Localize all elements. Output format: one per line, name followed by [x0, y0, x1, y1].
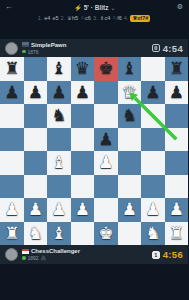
square-h6[interactable] — [165, 104, 189, 128]
square-e1[interactable]: ♚ — [94, 222, 118, 246]
square-h3[interactable] — [165, 175, 189, 199]
white-queen[interactable]: ♛ — [122, 81, 137, 105]
white-bishop[interactable]: ♝ — [51, 222, 66, 246]
move[interactable]: e4 — [44, 15, 50, 21]
top-player-flag-icon — [22, 42, 29, 47]
spacer — [0, 23, 188, 39]
square-a1[interactable]: ♜ — [0, 222, 24, 246]
square-c1[interactable]: ♝ — [47, 222, 71, 246]
square-e5[interactable]: ♟ — [94, 128, 118, 152]
bottom-player-flair-icon — [22, 256, 26, 260]
square-f7[interactable]: ♛ — [118, 81, 142, 105]
square-g2[interactable]: ♟ — [141, 198, 165, 222]
chess-board: ♜♝♛♚♝♜♟♟♟♟♛♟♟♞♞♟♝♟♟♟♟♟♟♟♟♜♞♝♚♞♜ — [0, 57, 188, 245]
square-g6[interactable] — [141, 104, 165, 128]
square-h7[interactable]: ♟ — [165, 81, 189, 105]
black-rook[interactable]: ♜ — [4, 57, 19, 81]
square-h4[interactable] — [165, 151, 189, 175]
square-c3[interactable] — [47, 175, 71, 199]
black-pawn[interactable]: ♟ — [75, 81, 90, 105]
white-king[interactable]: ♚ — [98, 222, 113, 246]
white-pawn[interactable]: ♟ — [169, 198, 184, 222]
square-h2[interactable]: ♟ — [165, 198, 189, 222]
square-e7[interactable] — [94, 81, 118, 105]
square-g4[interactable] — [141, 151, 165, 175]
white-knight[interactable]: ♞ — [145, 222, 160, 246]
move-number: 2. — [61, 15, 66, 21]
bottom-player-flag-icon — [22, 249, 29, 254]
white-pawn[interactable]: ♟ — [98, 151, 113, 175]
bottom-player-captured-pieces: ♟ — [41, 256, 46, 261]
square-a6[interactable] — [0, 104, 24, 128]
black-rook[interactable]: ♜ — [169, 57, 184, 81]
game-type-selector[interactable]: ⚡ 5' · Blitz ⌄ — [13, 4, 177, 11]
square-h8[interactable]: ♜ — [165, 57, 189, 81]
square-d1[interactable] — [71, 222, 95, 246]
bottom-player-result-badge: 1 — [152, 251, 160, 259]
square-b1[interactable]: ♞ — [24, 222, 48, 246]
square-e2[interactable] — [94, 198, 118, 222]
square-a8[interactable]: ♜ — [0, 57, 24, 81]
bottom-player-avatar[interactable] — [5, 248, 18, 261]
black-queen[interactable]: ♛ — [75, 57, 90, 81]
square-h1[interactable]: ♜ — [165, 222, 189, 246]
white-bishop[interactable]: ♝ — [51, 151, 66, 175]
bottom-player-clock: 4:56 — [163, 249, 183, 260]
top-player-result-badge: 0 — [152, 44, 160, 52]
square-f8[interactable]: ♝ — [118, 57, 142, 81]
square-d7[interactable]: ♟ — [71, 81, 95, 105]
move[interactable]: ♕h5 — [67, 15, 78, 21]
square-g7[interactable]: ♟ — [141, 81, 165, 105]
square-d5[interactable] — [71, 128, 95, 152]
top-player-name[interactable]: SimplePawn — [31, 42, 66, 48]
top-player-bar: SimplePawn 1876 0 4:54 — [0, 39, 188, 57]
white-pawn[interactable]: ♟ — [51, 198, 66, 222]
black-pawn[interactable]: ♟ — [28, 81, 43, 105]
move-number: 3. — [93, 15, 98, 21]
game-type-title: 5' · Blitz — [84, 4, 109, 11]
top-player-avatar[interactable] — [5, 42, 18, 55]
square-a2[interactable]: ♟ — [0, 198, 24, 222]
black-king[interactable]: ♚ — [98, 57, 113, 81]
lightning-bolt-icon: ⚡ — [74, 4, 82, 11]
bottom-player-bar: ChessChallenger 1892 ♟ 1 4:56 — [0, 245, 188, 264]
bottom-player-rating: 1892 — [28, 255, 39, 261]
square-g5[interactable] — [141, 128, 165, 152]
white-pawn[interactable]: ♟ — [122, 198, 137, 222]
top-player-rating: 1876 — [28, 49, 39, 55]
square-h5[interactable] — [165, 128, 189, 152]
square-e3[interactable] — [94, 175, 118, 199]
current-move[interactable]: ♕xf7# — [130, 15, 150, 22]
square-e8[interactable]: ♚ — [94, 57, 118, 81]
square-a3[interactable] — [0, 175, 24, 199]
white-pawn[interactable]: ♟ — [75, 198, 90, 222]
square-e6[interactable] — [94, 104, 118, 128]
square-f3[interactable] — [118, 175, 142, 199]
move[interactable]: e5 — [52, 15, 58, 21]
square-e4[interactable]: ♟ — [94, 151, 118, 175]
empty-area — [0, 264, 188, 300]
square-c7[interactable]: ♟ — [47, 81, 71, 105]
square-b8[interactable] — [24, 57, 48, 81]
black-bishop[interactable]: ♝ — [122, 57, 137, 81]
square-a5[interactable] — [0, 128, 24, 152]
white-pawn[interactable]: ♟ — [28, 198, 43, 222]
black-bishop[interactable]: ♝ — [51, 57, 66, 81]
black-pawn[interactable]: ♟ — [169, 81, 184, 105]
top-player-clock: 4:54 — [163, 43, 183, 54]
square-f2[interactable]: ♟ — [118, 198, 142, 222]
black-pawn[interactable]: ♟ — [145, 81, 160, 105]
square-b6[interactable] — [24, 104, 48, 128]
move-number: 1. — [38, 15, 43, 21]
square-f4[interactable] — [118, 151, 142, 175]
app-bar: ← ⚡ 5' · Blitz ⌄ ⚙ — [0, 0, 188, 13]
black-pawn[interactable]: ♟ — [4, 81, 19, 105]
move-number: 4. — [124, 15, 129, 21]
black-pawn[interactable]: ♟ — [98, 128, 113, 152]
black-knight[interactable]: ♞ — [122, 104, 137, 128]
square-a4[interactable] — [0, 151, 24, 175]
lichess-game-screen: ← ⚡ 5' · Blitz ⌄ ⚙ 1.e4e52.♕h5♘c63.♗c4♘f… — [0, 0, 188, 300]
square-f6[interactable]: ♞ — [118, 104, 142, 128]
square-g1[interactable]: ♞ — [141, 222, 165, 246]
square-c4[interactable]: ♝ — [47, 151, 71, 175]
square-b2[interactable]: ♟ — [24, 198, 48, 222]
square-g3[interactable] — [141, 175, 165, 199]
square-b7[interactable]: ♟ — [24, 81, 48, 105]
white-rook[interactable]: ♜ — [4, 222, 19, 246]
move-list[interactable]: 1.e4e52.♕h5♘c63.♗c4♘f64.♕xf7# — [0, 13, 188, 23]
move[interactable]: ♘c6 — [80, 15, 91, 21]
square-b5[interactable] — [24, 128, 48, 152]
white-pawn[interactable]: ♟ — [145, 198, 160, 222]
square-f5[interactable] — [118, 128, 142, 152]
white-rook[interactable]: ♜ — [169, 222, 184, 246]
square-d6[interactable] — [71, 104, 95, 128]
black-knight[interactable]: ♞ — [51, 104, 66, 128]
square-d2[interactable]: ♟ — [71, 198, 95, 222]
bottom-player-name[interactable]: ChessChallenger — [31, 248, 80, 254]
square-d8[interactable]: ♛ — [71, 57, 95, 81]
square-g8[interactable] — [141, 57, 165, 81]
square-c8[interactable]: ♝ — [47, 57, 71, 81]
square-b4[interactable] — [24, 151, 48, 175]
black-pawn[interactable]: ♟ — [51, 81, 66, 105]
white-knight[interactable]: ♞ — [28, 222, 43, 246]
square-c5[interactable] — [47, 128, 71, 152]
square-f1[interactable] — [118, 222, 142, 246]
square-d4[interactable] — [71, 151, 95, 175]
square-d3[interactable] — [71, 175, 95, 199]
back-icon[interactable]: ← — [5, 3, 13, 11]
square-c2[interactable]: ♟ — [47, 198, 71, 222]
square-c6[interactable]: ♞ — [47, 104, 71, 128]
white-pawn[interactable]: ♟ — [4, 198, 19, 222]
move[interactable]: ♗c4 — [100, 15, 111, 21]
move[interactable]: ♘f6 — [112, 15, 122, 21]
top-player-flair-icon — [22, 50, 26, 54]
settings-gear-icon[interactable]: ⚙ — [177, 3, 183, 11]
chevron-down-icon: ⌄ — [110, 4, 115, 11]
square-a7[interactable]: ♟ — [0, 81, 24, 105]
square-b3[interactable] — [24, 175, 48, 199]
